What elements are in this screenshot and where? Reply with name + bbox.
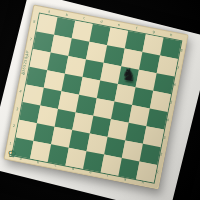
board-grid: ♞ — [12, 14, 181, 183]
board-frame-line: ♞ — [11, 13, 182, 184]
black-knight: ♞ — [120, 65, 138, 85]
photo-scene: abcdefgh abcdefgh 87654321 87654321 8365… — [0, 0, 200, 200]
crown-logo-icon: ♔ — [7, 148, 18, 160]
chess-board: abcdefgh abcdefgh 87654321 87654321 8365… — [3, 4, 188, 189]
